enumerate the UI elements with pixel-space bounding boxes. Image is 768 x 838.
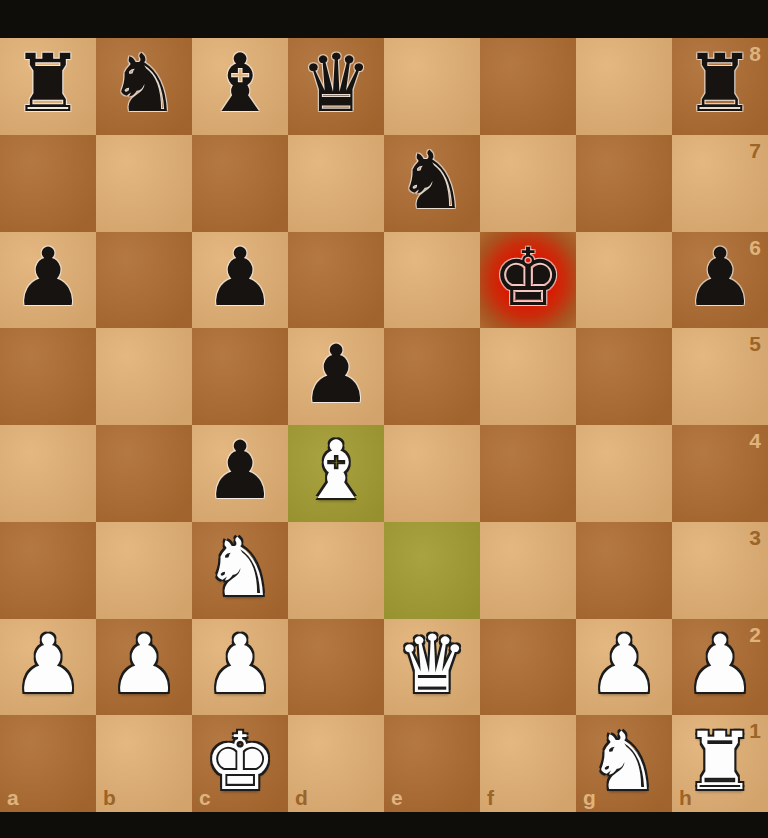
square-e4[interactable]	[384, 425, 480, 522]
square-g6[interactable]	[576, 232, 672, 329]
square-g2[interactable]: ♟	[576, 619, 672, 716]
square-b1[interactable]: b	[96, 715, 192, 812]
piece-white-pawn[interactable]: ♟	[684, 625, 756, 705]
square-c8[interactable]: ♝	[192, 38, 288, 135]
square-f6[interactable]: ♚	[480, 232, 576, 329]
rank-label-3: 3	[749, 527, 761, 548]
square-a6[interactable]: ♟	[0, 232, 96, 329]
square-h7[interactable]: 7	[672, 135, 768, 232]
piece-black-knight[interactable]: ♞	[396, 141, 468, 221]
piece-black-rook[interactable]: ♜	[12, 44, 84, 124]
rank-label-4: 4	[749, 430, 761, 451]
square-f1[interactable]: f	[480, 715, 576, 812]
square-g1[interactable]: g♞	[576, 715, 672, 812]
square-h2[interactable]: 2♟	[672, 619, 768, 716]
piece-white-king[interactable]: ♚	[204, 722, 276, 802]
square-d2[interactable]	[288, 619, 384, 716]
square-c1[interactable]: c♚	[192, 715, 288, 812]
piece-black-pawn[interactable]: ♟	[684, 238, 756, 318]
square-g4[interactable]	[576, 425, 672, 522]
square-d1[interactable]: d	[288, 715, 384, 812]
square-e2[interactable]: ♛	[384, 619, 480, 716]
square-h8[interactable]: 8♜	[672, 38, 768, 135]
square-b5[interactable]	[96, 328, 192, 425]
square-d6[interactable]	[288, 232, 384, 329]
square-a2[interactable]: ♟	[0, 619, 96, 716]
square-f4[interactable]	[480, 425, 576, 522]
square-b4[interactable]	[96, 425, 192, 522]
square-b6[interactable]	[96, 232, 192, 329]
square-f7[interactable]	[480, 135, 576, 232]
piece-white-pawn[interactable]: ♟	[108, 625, 180, 705]
piece-black-rook[interactable]: ♜	[684, 44, 756, 124]
file-label-a: a	[7, 787, 19, 808]
square-c4[interactable]: ♟	[192, 425, 288, 522]
bottom-letterbox	[0, 812, 768, 838]
square-c6[interactable]: ♟	[192, 232, 288, 329]
square-a3[interactable]	[0, 522, 96, 619]
square-g3[interactable]	[576, 522, 672, 619]
top-letterbox	[0, 0, 768, 38]
piece-black-king[interactable]: ♚	[492, 238, 564, 318]
square-e1[interactable]: e	[384, 715, 480, 812]
piece-black-pawn[interactable]: ♟	[204, 431, 276, 511]
square-f5[interactable]	[480, 328, 576, 425]
square-d5[interactable]: ♟	[288, 328, 384, 425]
square-b7[interactable]	[96, 135, 192, 232]
piece-black-pawn[interactable]: ♟	[300, 335, 372, 415]
square-d3[interactable]	[288, 522, 384, 619]
square-b2[interactable]: ♟	[96, 619, 192, 716]
file-label-e: e	[391, 787, 403, 808]
square-a1[interactable]: a	[0, 715, 96, 812]
file-label-d: d	[295, 787, 308, 808]
rank-label-7: 7	[749, 140, 761, 161]
rank-label-5: 5	[749, 333, 761, 354]
piece-white-pawn[interactable]: ♟	[204, 625, 276, 705]
square-b3[interactable]	[96, 522, 192, 619]
piece-black-bishop[interactable]: ♝	[204, 44, 276, 124]
square-c7[interactable]	[192, 135, 288, 232]
piece-white-rook[interactable]: ♜	[684, 722, 756, 802]
square-e6[interactable]	[384, 232, 480, 329]
square-g7[interactable]	[576, 135, 672, 232]
piece-white-knight[interactable]: ♞	[588, 722, 660, 802]
file-label-b: b	[103, 787, 116, 808]
chess-board: ♜♞♝♛8♜♞7♟♟♚6♟♟5♟♝4♞3♟♟♟♛♟2♟abc♚defg♞1h♜	[0, 38, 768, 812]
piece-white-bishop[interactable]: ♝	[300, 431, 372, 511]
square-h3[interactable]: 3	[672, 522, 768, 619]
app-frame: ♜♞♝♛8♜♞7♟♟♚6♟♟5♟♝4♞3♟♟♟♛♟2♟abc♚defg♞1h♜	[0, 0, 768, 838]
square-h4[interactable]: 4	[672, 425, 768, 522]
square-h6[interactable]: 6♟	[672, 232, 768, 329]
square-a7[interactable]	[0, 135, 96, 232]
square-d4[interactable]: ♝	[288, 425, 384, 522]
square-d7[interactable]	[288, 135, 384, 232]
square-c5[interactable]	[192, 328, 288, 425]
square-c2[interactable]: ♟	[192, 619, 288, 716]
piece-black-knight[interactable]: ♞	[108, 44, 180, 124]
square-f3[interactable]	[480, 522, 576, 619]
square-e5[interactable]	[384, 328, 480, 425]
piece-white-pawn[interactable]: ♟	[588, 625, 660, 705]
square-a4[interactable]	[0, 425, 96, 522]
square-f8[interactable]	[480, 38, 576, 135]
square-c3[interactable]: ♞	[192, 522, 288, 619]
square-f2[interactable]	[480, 619, 576, 716]
square-g5[interactable]	[576, 328, 672, 425]
square-a5[interactable]	[0, 328, 96, 425]
piece-white-queen[interactable]: ♛	[396, 625, 468, 705]
square-g8[interactable]	[576, 38, 672, 135]
square-h1[interactable]: 1h♜	[672, 715, 768, 812]
square-e8[interactable]	[384, 38, 480, 135]
piece-white-pawn[interactable]: ♟	[12, 625, 84, 705]
file-label-f: f	[487, 787, 494, 808]
piece-black-pawn[interactable]: ♟	[12, 238, 84, 318]
piece-black-queen[interactable]: ♛	[300, 44, 372, 124]
square-b8[interactable]: ♞	[96, 38, 192, 135]
square-d8[interactable]: ♛	[288, 38, 384, 135]
piece-white-knight[interactable]: ♞	[204, 528, 276, 608]
square-a8[interactable]: ♜	[0, 38, 96, 135]
square-e3[interactable]	[384, 522, 480, 619]
piece-black-pawn[interactable]: ♟	[204, 238, 276, 318]
square-h5[interactable]: 5	[672, 328, 768, 425]
square-e7[interactable]: ♞	[384, 135, 480, 232]
